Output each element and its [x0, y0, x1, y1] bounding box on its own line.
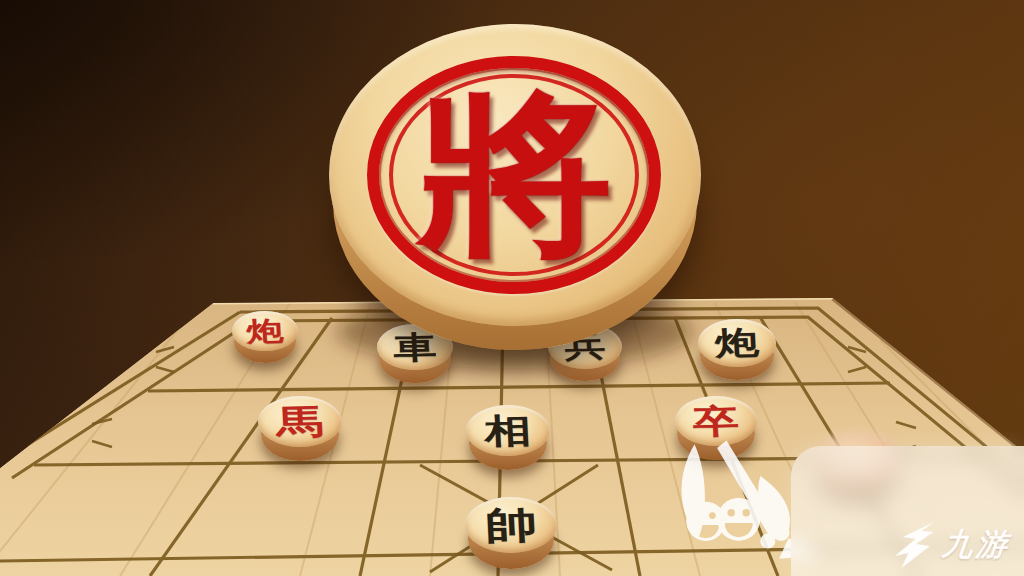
- piece-帥[interactable]: 帥: [465, 497, 557, 575]
- piece-相[interactable]: 相: [466, 405, 550, 476]
- brand-text: 九游: [940, 524, 1012, 566]
- piece-label: 馬: [257, 402, 343, 441]
- pod-bump: [760, 533, 775, 548]
- piece-label: 炮: [231, 316, 298, 347]
- piece-face: 帥: [465, 497, 557, 553]
- piece-face: 相: [466, 405, 550, 456]
- piece-label: 帥: [464, 504, 558, 547]
- piece-炮[interactable]: 炮: [698, 319, 776, 385]
- piece-face: 馬: [258, 396, 342, 447]
- piece-face: 炮: [698, 319, 776, 367]
- piece-炮[interactable]: 炮: [232, 311, 298, 367]
- big-piece-label: 將: [327, 46, 703, 302]
- brand-watermark: 九游: [894, 522, 1013, 568]
- featured-general-piece: 將: [327, 24, 703, 354]
- pod-bump: [773, 524, 790, 541]
- piece-label: 炮: [697, 325, 777, 361]
- piece-face: 炮: [232, 311, 298, 351]
- piece-label: 卒: [674, 402, 758, 440]
- pea-face: [717, 498, 760, 541]
- 9game-g-icon: [894, 522, 939, 568]
- piece-馬[interactable]: 馬: [258, 396, 342, 467]
- piece-label: 相: [465, 411, 551, 450]
- xiangqi-promo-scene: 炮車兵炮馬相卒帥 將: [0, 0, 1024, 576]
